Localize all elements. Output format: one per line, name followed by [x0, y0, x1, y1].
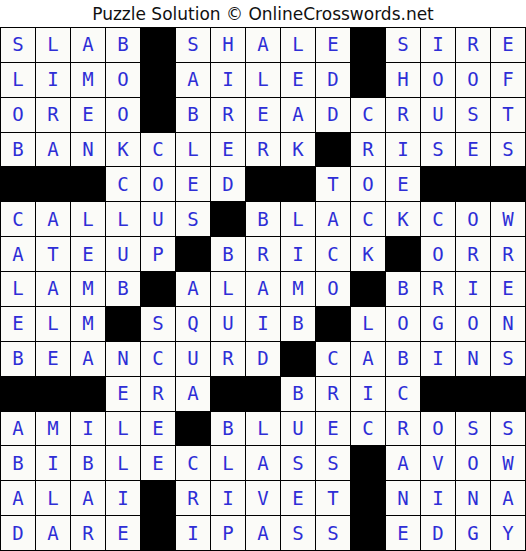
black-cell: [351, 446, 385, 480]
black-cell: [1, 377, 35, 411]
grid-cell: E: [281, 481, 315, 515]
grid-cell: A: [246, 516, 280, 550]
grid-cell: O: [421, 63, 455, 97]
page-title: Puzzle Solution © OnlineCrosswords.net: [92, 4, 434, 24]
grid-cell: L: [211, 272, 245, 306]
grid-cell: L: [106, 446, 140, 480]
grid-cell: E: [316, 412, 350, 446]
grid-cell: S: [421, 133, 455, 167]
grid-cell: S: [176, 28, 210, 62]
grid-cell: E: [316, 28, 350, 62]
grid-cell: R: [456, 237, 490, 271]
grid-cell: L: [176, 133, 210, 167]
grid-cell: V: [421, 446, 455, 480]
grid-cell: M: [281, 272, 315, 306]
grid-cell: R: [316, 377, 350, 411]
grid-cell: L: [1, 63, 35, 97]
grid-cell: D: [421, 516, 455, 550]
grid-cell: B: [176, 98, 210, 132]
grid-cell: C: [141, 342, 175, 376]
black-cell: [141, 28, 175, 62]
grid-cell: D: [211, 167, 245, 201]
grid-cell: L: [71, 202, 105, 236]
grid-cell: I: [351, 377, 385, 411]
grid-cell: H: [386, 63, 420, 97]
grid-cell: A: [1, 412, 35, 446]
grid-cell: E: [386, 516, 420, 550]
grid-cell: A: [176, 377, 210, 411]
grid-cell: O: [421, 412, 455, 446]
black-cell: [456, 377, 490, 411]
grid-cell: A: [71, 481, 105, 515]
grid-cell: L: [281, 202, 315, 236]
grid-cell: M: [71, 307, 105, 341]
black-cell: [316, 307, 350, 341]
grid-cell: E: [281, 63, 315, 97]
grid-cell: O: [141, 167, 175, 201]
grid-cell: A: [1, 481, 35, 515]
grid-cell: B: [1, 342, 35, 376]
grid-cell: E: [71, 98, 105, 132]
grid-cell: B: [71, 446, 105, 480]
grid-cell: A: [36, 202, 70, 236]
black-cell: [141, 63, 175, 97]
grid-cell: K: [106, 133, 140, 167]
grid-cell: A: [246, 272, 280, 306]
grid-cell: C: [316, 342, 350, 376]
grid-cell: R: [36, 98, 70, 132]
grid-cell: A: [386, 446, 420, 480]
grid-cell: N: [71, 133, 105, 167]
grid-cell: S: [1, 28, 35, 62]
grid-cell: R: [141, 377, 175, 411]
black-cell: [141, 272, 175, 306]
grid-cell: U: [211, 307, 245, 341]
grid-cell: I: [386, 133, 420, 167]
grid-cell: E: [106, 516, 140, 550]
grid-cell: O: [106, 98, 140, 132]
grid-cell: T: [316, 167, 350, 201]
black-cell: [176, 412, 210, 446]
black-cell: [106, 307, 140, 341]
grid-cell: B: [281, 377, 315, 411]
grid-cell: R: [71, 516, 105, 550]
grid-cell: A: [36, 133, 70, 167]
grid-cell: L: [281, 28, 315, 62]
grid-cell: S: [491, 342, 525, 376]
grid-cell: W: [491, 446, 525, 480]
grid-cell: C: [106, 167, 140, 201]
black-cell: [491, 167, 525, 201]
grid-cell: E: [176, 167, 210, 201]
grid-cell: D: [246, 342, 280, 376]
grid-cell: D: [1, 516, 35, 550]
grid-cell: S: [456, 412, 490, 446]
grid-cell: A: [246, 28, 280, 62]
grid-cell: I: [421, 481, 455, 515]
grid-cell: S: [491, 412, 525, 446]
grid-cell: R: [246, 133, 280, 167]
grid-cell: B: [106, 28, 140, 62]
grid-cell: R: [351, 133, 385, 167]
grid-cell: A: [491, 481, 525, 515]
grid-cell: C: [316, 237, 350, 271]
black-cell: [351, 481, 385, 515]
grid-cell: V: [246, 481, 280, 515]
grid-cell: N: [456, 342, 490, 376]
grid-cell: Y: [491, 516, 525, 550]
grid-cell: A: [1, 237, 35, 271]
grid-cell: C: [351, 98, 385, 132]
grid-cell: A: [71, 342, 105, 376]
grid-cell: R: [421, 272, 455, 306]
grid-cell: S: [141, 307, 175, 341]
grid-cell: R: [456, 28, 490, 62]
black-cell: [421, 377, 455, 411]
grid-cell: B: [281, 307, 315, 341]
grid-cell: I: [106, 481, 140, 515]
grid-cell: W: [491, 202, 525, 236]
grid-cell: C: [141, 133, 175, 167]
grid-cell: D: [316, 98, 350, 132]
grid-cell: E: [106, 377, 140, 411]
grid-cell: D: [316, 63, 350, 97]
black-cell: [351, 28, 385, 62]
black-cell: [36, 167, 70, 201]
grid-cell: O: [456, 63, 490, 97]
grid-cell: I: [36, 446, 70, 480]
grid-cell: L: [211, 446, 245, 480]
grid-cell: R: [211, 342, 245, 376]
grid-cell: U: [176, 342, 210, 376]
black-cell: [281, 342, 315, 376]
grid-cell: I: [281, 237, 315, 271]
grid-cell: S: [281, 446, 315, 480]
grid-cell: N: [106, 342, 140, 376]
grid-cell: M: [71, 272, 105, 306]
grid-cell: T: [36, 237, 70, 271]
grid-cell: E: [1, 307, 35, 341]
grid-cell: C: [1, 202, 35, 236]
grid-cell: O: [1, 98, 35, 132]
black-cell: [71, 377, 105, 411]
grid-cell: K: [281, 133, 315, 167]
grid-cell: S: [281, 516, 315, 550]
grid-cell: S: [316, 446, 350, 480]
grid-cell: H: [211, 28, 245, 62]
black-cell: [36, 377, 70, 411]
black-cell: [141, 481, 175, 515]
grid-cell: S: [491, 133, 525, 167]
grid-cell: L: [106, 202, 140, 236]
grid-cell: I: [176, 516, 210, 550]
grid-cell: T: [316, 481, 350, 515]
grid-cell: L: [246, 412, 280, 446]
grid-cell: I: [211, 63, 245, 97]
black-cell: [246, 167, 280, 201]
grid-cell: E: [491, 28, 525, 62]
black-cell: [421, 167, 455, 201]
grid-cell: O: [386, 307, 420, 341]
black-cell: [456, 167, 490, 201]
crossword-grid: SLABSHALESIRELIMOAILEDHOOFOREOBREADCRUST…: [0, 27, 526, 551]
black-cell: [351, 63, 385, 97]
grid-cell: B: [106, 272, 140, 306]
grid-cell: B: [211, 412, 245, 446]
grid-cell: L: [351, 307, 385, 341]
grid-cell: C: [386, 377, 420, 411]
grid-cell: E: [141, 412, 175, 446]
black-cell: [351, 516, 385, 550]
grid-cell: R: [176, 481, 210, 515]
black-cell: [176, 237, 210, 271]
black-cell: [491, 377, 525, 411]
grid-cell: N: [456, 481, 490, 515]
grid-cell: U: [141, 202, 175, 236]
grid-cell: M: [71, 63, 105, 97]
grid-cell: N: [491, 307, 525, 341]
grid-cell: C: [421, 202, 455, 236]
grid-cell: L: [246, 63, 280, 97]
grid-cell: E: [246, 98, 280, 132]
puzzle-solution-page: Puzzle Solution © OnlineCrosswords.net S…: [0, 0, 526, 551]
grid-cell: B: [211, 237, 245, 271]
grid-cell: M: [36, 412, 70, 446]
grid-cell: O: [316, 272, 350, 306]
grid-cell: Q: [176, 307, 210, 341]
grid-cell: A: [71, 28, 105, 62]
black-cell: [1, 167, 35, 201]
grid-cell: N: [386, 481, 420, 515]
grid-cell: L: [106, 412, 140, 446]
grid-cell: O: [351, 167, 385, 201]
grid-cell: L: [1, 272, 35, 306]
grid-cell: E: [141, 446, 175, 480]
grid-cell: O: [106, 63, 140, 97]
grid-cell: U: [281, 412, 315, 446]
grid-cell: E: [386, 167, 420, 201]
grid-cell: O: [456, 446, 490, 480]
black-cell: [386, 237, 420, 271]
black-cell: [141, 98, 175, 132]
grid-cell: P: [141, 237, 175, 271]
grid-cell: S: [316, 516, 350, 550]
black-cell: [71, 167, 105, 201]
grid-cell: R: [246, 237, 280, 271]
grid-cell: I: [456, 272, 490, 306]
grid-cell: U: [106, 237, 140, 271]
grid-cell: R: [386, 412, 420, 446]
grid-cell: A: [281, 98, 315, 132]
grid-cell: I: [36, 63, 70, 97]
grid-cell: L: [36, 481, 70, 515]
grid-cell: A: [36, 516, 70, 550]
grid-cell: A: [316, 202, 350, 236]
grid-cell: B: [246, 202, 280, 236]
grid-cell: B: [1, 446, 35, 480]
grid-cell: I: [421, 342, 455, 376]
grid-cell: B: [1, 133, 35, 167]
grid-cell: R: [211, 98, 245, 132]
grid-cell: S: [456, 98, 490, 132]
grid-cell: R: [386, 98, 420, 132]
grid-cell: C: [351, 202, 385, 236]
grid-cell: L: [36, 28, 70, 62]
grid-cell: A: [351, 342, 385, 376]
grid-cell: U: [421, 98, 455, 132]
grid-cell: E: [71, 237, 105, 271]
grid-cell: O: [456, 307, 490, 341]
grid-cell: E: [456, 133, 490, 167]
grid-cell: E: [491, 272, 525, 306]
black-cell: [211, 202, 245, 236]
grid-cell: C: [351, 412, 385, 446]
black-cell: [281, 167, 315, 201]
black-cell: [316, 133, 350, 167]
grid-cell: A: [246, 446, 280, 480]
grid-cell: R: [491, 237, 525, 271]
black-cell: [351, 272, 385, 306]
black-cell: [141, 516, 175, 550]
grid-cell: K: [386, 202, 420, 236]
grid-cell: T: [491, 98, 525, 132]
grid-cell: G: [456, 516, 490, 550]
grid-cell: O: [456, 202, 490, 236]
grid-cell: A: [176, 272, 210, 306]
grid-cell: I: [211, 481, 245, 515]
grid-cell: S: [176, 202, 210, 236]
grid-cell: B: [386, 342, 420, 376]
grid-cell: K: [351, 237, 385, 271]
grid-cell: L: [36, 307, 70, 341]
grid-cell: C: [176, 446, 210, 480]
grid-cell: E: [211, 133, 245, 167]
black-cell: [246, 377, 280, 411]
grid-cell: O: [421, 237, 455, 271]
black-cell: [211, 377, 245, 411]
grid-cell: E: [36, 342, 70, 376]
grid-cell: G: [421, 307, 455, 341]
grid-cell: A: [36, 272, 70, 306]
title-bar: Puzzle Solution © OnlineCrosswords.net: [0, 0, 526, 27]
grid-cell: I: [71, 412, 105, 446]
grid-cell: P: [211, 516, 245, 550]
grid-cell: S: [386, 28, 420, 62]
grid-cell: I: [246, 307, 280, 341]
grid-cell: B: [386, 272, 420, 306]
grid-cell: I: [421, 28, 455, 62]
grid-cell: A: [176, 63, 210, 97]
grid-cell: F: [491, 63, 525, 97]
